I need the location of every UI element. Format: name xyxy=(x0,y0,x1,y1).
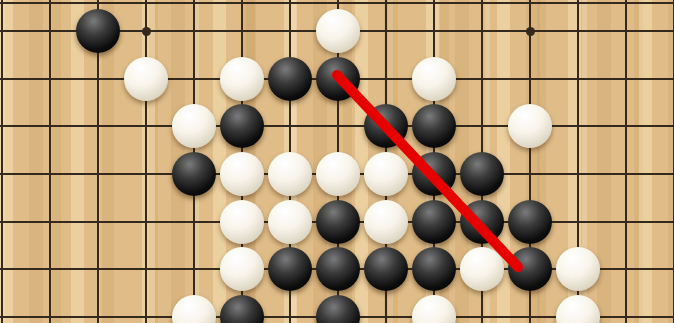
intersection[interactable] xyxy=(506,55,554,103)
intersection[interactable]: ● xyxy=(506,198,554,246)
intersection[interactable]: ● xyxy=(410,150,458,198)
intersection[interactable]: ● xyxy=(410,245,458,293)
intersection[interactable]: ○ xyxy=(266,198,314,246)
stone-black: ● xyxy=(412,247,456,291)
intersection[interactable] xyxy=(26,245,74,293)
stone-black: ● xyxy=(316,57,360,101)
intersection[interactable] xyxy=(74,55,122,103)
intersection[interactable]: ● xyxy=(314,245,362,293)
intersection[interactable] xyxy=(0,198,26,246)
stone-white: ○ xyxy=(364,152,408,196)
stone-white: ○ xyxy=(220,57,264,101)
go-board: ●○○○●●○○●●●○●○○○○●●○○●○●●●○●●●●○●○○●●○○ xyxy=(0,0,674,323)
stone-black: ● xyxy=(316,200,360,244)
intersection[interactable] xyxy=(0,150,26,198)
intersection[interactable] xyxy=(650,55,674,103)
stone-black: ● xyxy=(316,247,360,291)
intersection[interactable] xyxy=(26,293,74,323)
stone-white: ○ xyxy=(220,152,264,196)
intersection[interactable] xyxy=(650,198,674,246)
intersection[interactable] xyxy=(266,103,314,151)
intersection[interactable]: ● xyxy=(458,150,506,198)
intersection[interactable]: ● xyxy=(218,293,266,323)
intersection[interactable]: ○ xyxy=(266,150,314,198)
intersection[interactable] xyxy=(74,293,122,323)
intersection[interactable] xyxy=(74,245,122,293)
intersection[interactable]: ○ xyxy=(314,7,362,55)
stone-white: ○ xyxy=(316,152,360,196)
intersection[interactable] xyxy=(0,293,26,323)
stone-black: ● xyxy=(364,247,408,291)
intersection[interactable]: ● xyxy=(314,198,362,246)
intersection[interactable]: ○ xyxy=(410,293,458,323)
intersection[interactable] xyxy=(122,7,170,55)
intersection[interactable]: ● xyxy=(458,198,506,246)
intersection[interactable] xyxy=(650,103,674,151)
stone-black: ● xyxy=(364,104,408,148)
stone-white: ○ xyxy=(364,200,408,244)
intersection[interactable] xyxy=(74,103,122,151)
intersection[interactable] xyxy=(122,198,170,246)
stone-white: ○ xyxy=(556,247,600,291)
stone-white: ○ xyxy=(268,200,312,244)
intersection[interactable] xyxy=(122,245,170,293)
intersection[interactable]: ● xyxy=(362,245,410,293)
intersection[interactable] xyxy=(122,150,170,198)
intersection[interactable] xyxy=(0,245,26,293)
intersection[interactable] xyxy=(602,103,650,151)
stone-white: ○ xyxy=(508,104,552,148)
intersection[interactable]: ● xyxy=(314,55,362,103)
intersection[interactable]: ● xyxy=(314,293,362,323)
intersection[interactable]: ○ xyxy=(218,198,266,246)
intersection[interactable]: ○ xyxy=(362,198,410,246)
stone-black: ● xyxy=(460,200,504,244)
intersection[interactable] xyxy=(458,103,506,151)
intersection[interactable]: ○ xyxy=(410,55,458,103)
intersection[interactable]: ● xyxy=(266,245,314,293)
intersection[interactable]: ○ xyxy=(458,245,506,293)
intersection[interactable] xyxy=(506,293,554,323)
intersection[interactable] xyxy=(554,150,602,198)
intersection[interactable]: ○ xyxy=(554,293,602,323)
board-edge-line xyxy=(0,2,674,4)
stone-black: ● xyxy=(412,200,456,244)
intersection[interactable] xyxy=(362,7,410,55)
stone-black: ● xyxy=(508,200,552,244)
intersection[interactable] xyxy=(218,7,266,55)
intersection[interactable] xyxy=(26,150,74,198)
intersection[interactable]: ● xyxy=(362,103,410,151)
intersection[interactable]: ● xyxy=(170,150,218,198)
stone-white: ○ xyxy=(124,57,168,101)
intersection[interactable]: ● xyxy=(506,245,554,293)
intersection[interactable] xyxy=(650,245,674,293)
intersection[interactable] xyxy=(506,150,554,198)
intersection[interactable] xyxy=(170,55,218,103)
intersection[interactable]: ● xyxy=(74,7,122,55)
intersection[interactable] xyxy=(602,150,650,198)
intersection[interactable]: ● xyxy=(266,55,314,103)
stone-black: ● xyxy=(172,152,216,196)
intersection[interactable] xyxy=(602,245,650,293)
intersection[interactable]: ● xyxy=(218,103,266,151)
intersection[interactable]: ○ xyxy=(218,55,266,103)
stone-white: ○ xyxy=(556,295,600,323)
intersection[interactable] xyxy=(74,150,122,198)
intersection[interactable] xyxy=(410,7,458,55)
intersection[interactable] xyxy=(554,7,602,55)
intersection[interactable] xyxy=(170,7,218,55)
intersection[interactable] xyxy=(602,293,650,323)
stone-white: ○ xyxy=(412,57,456,101)
stone-black: ● xyxy=(460,152,504,196)
intersection[interactable] xyxy=(554,198,602,246)
intersection[interactable] xyxy=(650,150,674,198)
intersection[interactable] xyxy=(554,55,602,103)
intersection[interactable] xyxy=(362,55,410,103)
intersection[interactable] xyxy=(506,7,554,55)
stone-black: ● xyxy=(412,152,456,196)
intersection[interactable]: ○ xyxy=(218,150,266,198)
intersection[interactable] xyxy=(314,103,362,151)
intersection[interactable]: ○ xyxy=(170,103,218,151)
intersection[interactable] xyxy=(26,103,74,151)
stone-white: ○ xyxy=(220,247,264,291)
intersection[interactable] xyxy=(170,245,218,293)
intersection[interactable] xyxy=(602,7,650,55)
intersection[interactable] xyxy=(554,103,602,151)
intersection[interactable]: ○ xyxy=(170,293,218,323)
stone-white: ○ xyxy=(268,152,312,196)
intersection[interactable] xyxy=(0,55,26,103)
intersection[interactable] xyxy=(602,55,650,103)
stone-white: ○ xyxy=(460,247,504,291)
intersection[interactable]: ○ xyxy=(218,245,266,293)
stone-white: ○ xyxy=(172,104,216,148)
stone-black: ● xyxy=(268,57,312,101)
intersection[interactable] xyxy=(74,198,122,246)
stone-white: ○ xyxy=(172,295,216,323)
intersection[interactable] xyxy=(602,198,650,246)
intersection[interactable]: ● xyxy=(410,198,458,246)
intersection[interactable] xyxy=(458,55,506,103)
intersection[interactable] xyxy=(0,7,26,55)
stone-white: ○ xyxy=(220,200,264,244)
intersection[interactable] xyxy=(362,293,410,323)
stone-black: ● xyxy=(220,104,264,148)
intersection[interactable]: ○ xyxy=(506,103,554,151)
intersection[interactable]: ● xyxy=(410,103,458,151)
intersection[interactable] xyxy=(26,55,74,103)
intersection[interactable] xyxy=(170,198,218,246)
stone-black: ● xyxy=(220,295,264,323)
intersection[interactable] xyxy=(458,7,506,55)
intersection[interactable] xyxy=(266,293,314,323)
stone-black: ● xyxy=(316,295,360,323)
intersection[interactable]: ○ xyxy=(314,150,362,198)
intersection[interactable] xyxy=(122,293,170,323)
intersection[interactable]: ○ xyxy=(122,55,170,103)
intersection[interactable] xyxy=(266,7,314,55)
stone-white: ○ xyxy=(412,295,456,323)
intersection[interactable] xyxy=(122,103,170,151)
intersection[interactable] xyxy=(26,7,74,55)
stone-black: ● xyxy=(268,247,312,291)
intersection[interactable] xyxy=(458,293,506,323)
intersection[interactable] xyxy=(650,293,674,323)
intersection[interactable] xyxy=(650,7,674,55)
intersection[interactable]: ○ xyxy=(362,150,410,198)
stone-black: ● xyxy=(76,9,120,53)
intersection[interactable] xyxy=(0,103,26,151)
stone-white: ○ xyxy=(316,9,360,53)
stone-black: ● xyxy=(412,104,456,148)
stone-black: ● xyxy=(508,247,552,291)
intersection[interactable]: ○ xyxy=(554,245,602,293)
board-grid: ●○○○●●○○●●●○●○○○○●●○○●○●●●○●●●●○●○○●●○○ xyxy=(0,7,674,323)
intersection[interactable] xyxy=(26,198,74,246)
